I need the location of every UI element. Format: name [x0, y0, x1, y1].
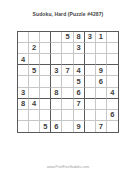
sudoku-cell-r7c5	[62, 99, 73, 110]
sudoku-cell-r2c7	[85, 43, 96, 54]
sudoku-cell-r3c2	[29, 54, 40, 65]
sudoku-cell-r9c2	[29, 121, 40, 132]
sudoku-cell-r9c3: 5	[40, 121, 51, 132]
sudoku-cell-r9c4: 6	[51, 121, 62, 132]
sudoku-cell-r3c6	[74, 54, 85, 65]
sudoku-cell-r4c6: 4	[74, 65, 85, 76]
sudoku-cell-r6c4: 8	[51, 88, 62, 99]
sudoku-cell-r9c9	[107, 121, 118, 132]
sudoku-cell-r1c6: 8	[74, 32, 85, 43]
sudoku-cell-r8c4	[51, 110, 62, 121]
sudoku-cell-r5c7	[85, 76, 96, 87]
sudoku-cell-r4c1	[18, 65, 29, 76]
sudoku-cell-r4c8: 9	[96, 65, 107, 76]
sudoku-cell-r1c5: 5	[62, 32, 73, 43]
sudoku-cell-r4c3	[40, 65, 51, 76]
sudoku-cell-r2c3	[40, 43, 51, 54]
sudoku-cell-r7c6: 7	[74, 99, 85, 110]
sudoku-cell-r9c6: 9	[74, 121, 85, 132]
sudoku-cell-r6c7	[85, 88, 96, 99]
sudoku-cell-r8c8	[96, 110, 107, 121]
sudoku-cell-r8c2	[29, 110, 40, 121]
sudoku-cell-r3c9	[107, 54, 118, 65]
sudoku-cell-r8c7	[85, 110, 96, 121]
sudoku-cell-r3c7	[85, 54, 96, 65]
sudoku-cell-r8c9: 6	[107, 110, 118, 121]
sudoku-cell-r4c2: 5	[29, 65, 40, 76]
sudoku-cell-r6c3	[40, 88, 51, 99]
printable-sudoku-page: Sudoku, Hard (Puzzle #4287) 583123453749…	[0, 0, 136, 176]
sudoku-cell-r2c4	[51, 43, 62, 54]
sudoku-cell-r3c4	[51, 54, 62, 65]
sudoku-cell-r4c7	[85, 65, 96, 76]
sudoku-cell-r9c8: 7	[96, 121, 107, 132]
sudoku-cell-r5c6: 5	[74, 76, 85, 87]
sudoku-cell-r7c3	[40, 99, 51, 110]
sudoku-cell-r7c1: 8	[18, 99, 29, 110]
source-url: www.PrintFreeSudoku.com	[0, 165, 136, 169]
sudoku-cell-r1c4	[51, 32, 62, 43]
sudoku-cell-r2c1	[18, 43, 29, 54]
sudoku-cell-r2c2: 2	[29, 43, 40, 54]
sudoku-cell-r1c2	[29, 32, 40, 43]
sudoku-cell-r5c2	[29, 76, 40, 87]
sudoku-cell-r7c2: 4	[29, 99, 40, 110]
sudoku-cell-r2c5	[62, 43, 73, 54]
sudoku-cell-r7c4	[51, 99, 62, 110]
sudoku-cell-r7c8	[96, 99, 107, 110]
sudoku-grid: 58312345374956386484765697	[17, 31, 119, 133]
sudoku-cell-r7c9	[107, 99, 118, 110]
sudoku-cell-r3c5	[62, 54, 73, 65]
sudoku-cell-r5c3	[40, 76, 51, 87]
sudoku-cell-r3c8	[96, 54, 107, 65]
sudoku-cell-r4c5: 7	[62, 65, 73, 76]
sudoku-cell-r1c7: 3	[85, 32, 96, 43]
sudoku-cell-r1c3	[40, 32, 51, 43]
sudoku-cell-r8c6	[74, 110, 85, 121]
sudoku-cell-r8c5	[62, 110, 73, 121]
sudoku-cell-r5c4	[51, 76, 62, 87]
sudoku-cell-r4c9	[107, 65, 118, 76]
sudoku-cell-r6c5	[62, 88, 73, 99]
sudoku-cell-r2c6: 3	[74, 43, 85, 54]
sudoku-cell-r8c1	[18, 110, 29, 121]
sudoku-cell-r7c7	[85, 99, 96, 110]
sudoku-cell-r3c1: 4	[18, 54, 29, 65]
puzzle-title: Sudoku, Hard (Puzzle #4287)	[0, 11, 136, 17]
sudoku-cell-r9c5	[62, 121, 73, 132]
sudoku-cell-r1c8: 1	[96, 32, 107, 43]
sudoku-cell-r2c8	[96, 43, 107, 54]
sudoku-cell-r6c2	[29, 88, 40, 99]
sudoku-cell-r1c1	[18, 32, 29, 43]
sudoku-cell-r8c3	[40, 110, 51, 121]
sudoku-cell-r9c7	[85, 121, 96, 132]
sudoku-cell-r1c9	[107, 32, 118, 43]
sudoku-cell-r9c1	[18, 121, 29, 132]
sudoku-cell-r6c1: 3	[18, 88, 29, 99]
sudoku-cell-r4c4: 3	[51, 65, 62, 76]
sudoku-cell-r5c8: 6	[96, 76, 107, 87]
sudoku-cell-r3c3	[40, 54, 51, 65]
sudoku-cell-r5c1	[18, 76, 29, 87]
sudoku-cell-r6c8	[96, 88, 107, 99]
sudoku-cell-r5c9	[107, 76, 118, 87]
sudoku-cell-r5c5	[62, 76, 73, 87]
sudoku-cell-r2c9	[107, 43, 118, 54]
sudoku-cell-r6c6: 6	[74, 88, 85, 99]
sudoku-cell-r6c9: 4	[107, 88, 118, 99]
